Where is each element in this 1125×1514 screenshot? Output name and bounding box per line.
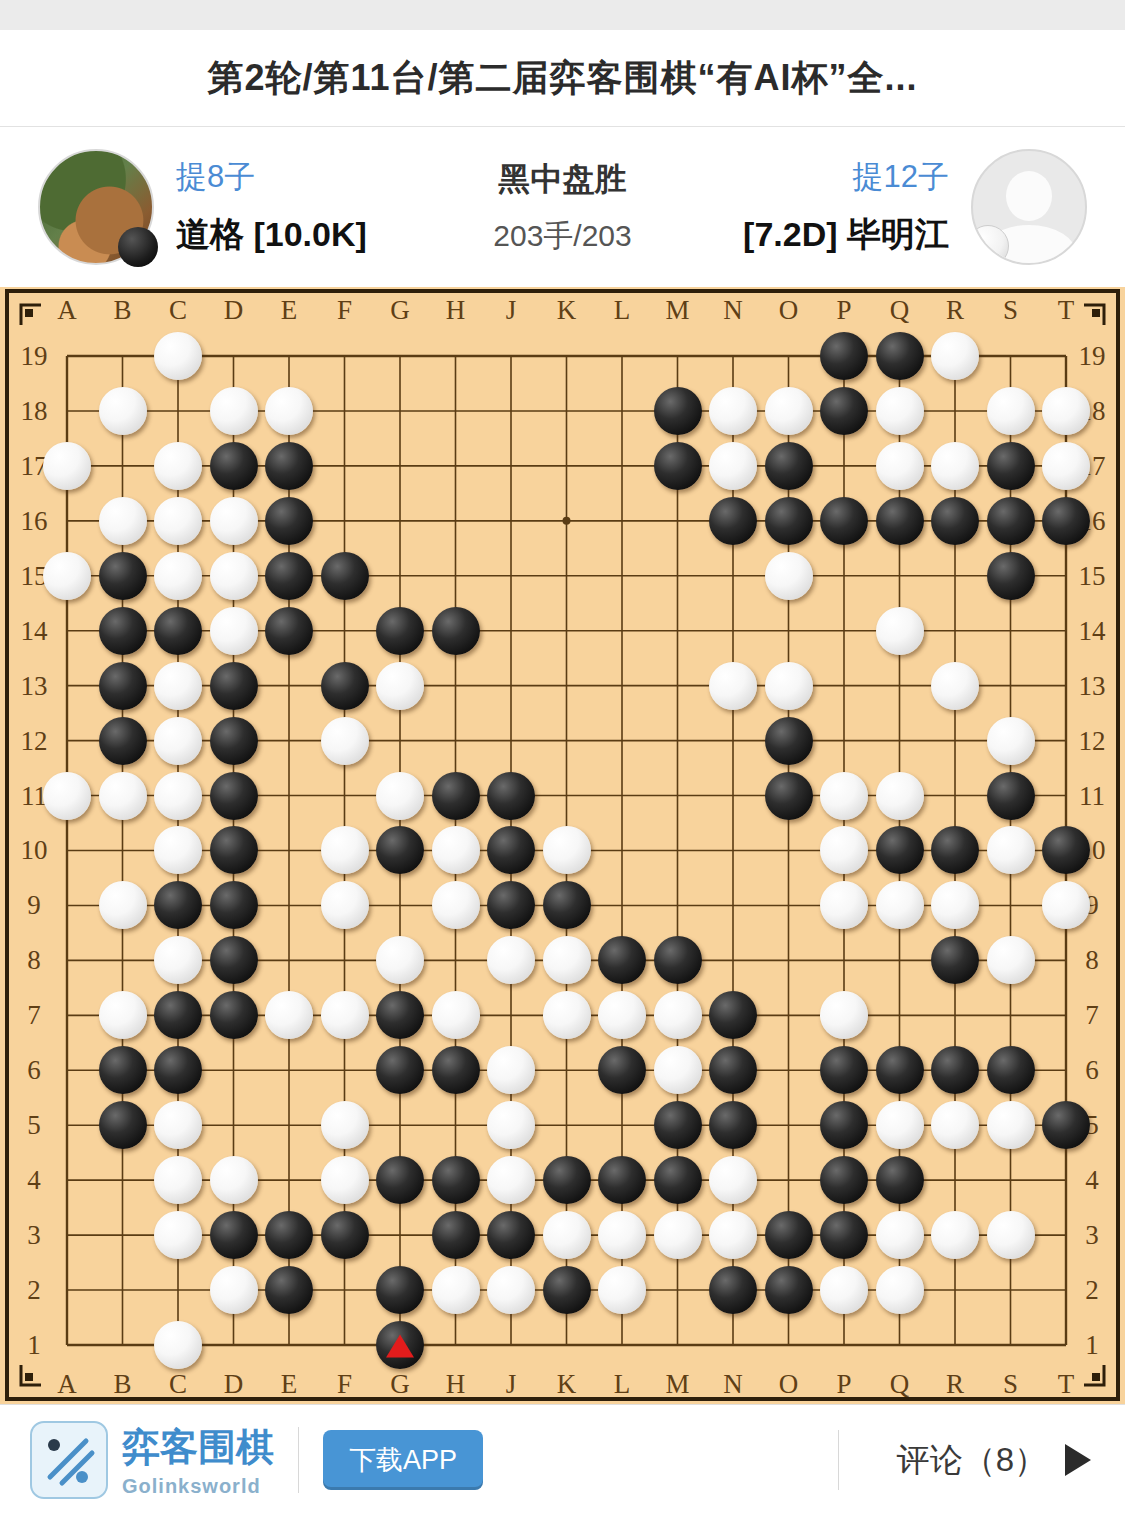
white-stone <box>820 881 868 929</box>
white-stone <box>765 552 813 600</box>
white-stone <box>543 1211 591 1259</box>
black-stone <box>432 772 480 820</box>
black-stone <box>987 552 1035 600</box>
white-stone <box>987 1101 1035 1149</box>
black-stone <box>598 936 646 984</box>
black-stone <box>654 442 702 490</box>
black-stone <box>265 1266 313 1314</box>
white-stone <box>210 1156 258 1204</box>
black-stone <box>432 1046 480 1094</box>
black-stone <box>376 826 424 874</box>
black-stone <box>765 497 813 545</box>
black-stone <box>432 1156 480 1204</box>
white-stone <box>99 497 147 545</box>
black-stone <box>987 442 1035 490</box>
white-stone <box>210 497 258 545</box>
white-stone <box>709 1156 757 1204</box>
black-stone <box>820 387 868 435</box>
white-stone <box>154 1321 202 1369</box>
black-stone <box>987 1046 1035 1094</box>
white-stone <box>154 497 202 545</box>
white-stone <box>987 936 1035 984</box>
black-stone <box>876 332 924 380</box>
white-stone <box>820 826 868 874</box>
black-stone <box>598 1156 646 1204</box>
black-stone <box>210 662 258 710</box>
black-stone <box>265 607 313 655</box>
white-stone <box>543 936 591 984</box>
black-stone <box>709 1101 757 1149</box>
white-stone <box>987 387 1035 435</box>
black-stone <box>987 497 1035 545</box>
go-board: AABBCCDDEEFFGGHHJJKKLLMMNNOOPPQQRRSSTT19… <box>0 287 1125 1404</box>
white-stone <box>376 662 424 710</box>
black-stone <box>1042 826 1090 874</box>
black-stone <box>987 772 1035 820</box>
white-stone <box>487 1156 535 1204</box>
black-stone <box>99 552 147 600</box>
white-stone <box>487 1101 535 1149</box>
black-stone <box>820 1211 868 1259</box>
comments-label: 评论（8） <box>897 1438 1047 1483</box>
white-stone <box>654 1211 702 1259</box>
white-stone <box>154 772 202 820</box>
black-stone <box>99 1046 147 1094</box>
black-stone <box>432 607 480 655</box>
white-stone <box>487 1266 535 1314</box>
game-result: 黑中盘胜 203手/203 <box>0 127 1125 287</box>
white-stone <box>154 662 202 710</box>
black-stone <box>931 826 979 874</box>
title-bar: 第2轮/第11台/第二届弈客围棋“有AI杯”全... <box>0 30 1125 127</box>
white-stone <box>876 1266 924 1314</box>
white-stone <box>820 991 868 1039</box>
white-stone <box>987 826 1035 874</box>
white-stone <box>709 387 757 435</box>
black-stone <box>99 662 147 710</box>
black-stone <box>765 1211 813 1259</box>
black-stone <box>931 936 979 984</box>
white-stone <box>709 1211 757 1259</box>
footer-divider <box>298 1427 299 1493</box>
white-stone <box>432 1266 480 1314</box>
white-stone <box>543 826 591 874</box>
black-stone <box>210 826 258 874</box>
white-stone <box>99 991 147 1039</box>
white-stone <box>321 881 369 929</box>
white-stone <box>154 552 202 600</box>
golinks-logo-icon <box>30 1421 108 1499</box>
white-stone <box>931 1211 979 1259</box>
black-stone <box>876 1046 924 1094</box>
black-stone <box>1042 1101 1090 1149</box>
black-stone <box>376 1266 424 1314</box>
white-stone <box>987 1211 1035 1259</box>
white-stone <box>876 1211 924 1259</box>
white-stone <box>210 607 258 655</box>
black-stone <box>210 881 258 929</box>
black-stone <box>820 1101 868 1149</box>
black-stone <box>432 1211 480 1259</box>
white-stone <box>820 772 868 820</box>
white-stone <box>931 442 979 490</box>
white-stone <box>931 662 979 710</box>
white-stone <box>709 662 757 710</box>
brand-block: 弈客围棋 Golinksworld <box>122 1422 274 1498</box>
white-stone <box>154 442 202 490</box>
black-stone <box>487 881 535 929</box>
black-stone-icon <box>118 227 158 267</box>
black-stone <box>265 497 313 545</box>
black-stone <box>765 717 813 765</box>
white-stone <box>154 332 202 380</box>
white-stone <box>654 991 702 1039</box>
black-stone <box>1042 497 1090 545</box>
black-stone <box>210 1211 258 1259</box>
brand-name: 弈客围棋 <box>122 1422 274 1473</box>
white-stone <box>598 1211 646 1259</box>
white-stone <box>931 332 979 380</box>
black-stone <box>154 607 202 655</box>
black-stone <box>709 991 757 1039</box>
black-stone <box>876 497 924 545</box>
white-stone <box>876 772 924 820</box>
white-stone <box>543 991 591 1039</box>
black-stone <box>931 1046 979 1094</box>
move-counter: 203手/203 <box>493 216 631 257</box>
black-stone <box>376 991 424 1039</box>
black-stone <box>210 936 258 984</box>
white-stone <box>487 936 535 984</box>
status-bar <box>0 0 1125 30</box>
white-stone <box>154 1101 202 1149</box>
play-forward-icon[interactable] <box>1065 1444 1091 1476</box>
black-stone <box>265 552 313 600</box>
white-stone <box>876 387 924 435</box>
white-stone <box>931 881 979 929</box>
white-stone <box>321 1101 369 1149</box>
white-stone <box>99 387 147 435</box>
black-stone <box>321 552 369 600</box>
black-stone <box>487 772 535 820</box>
white-stone <box>321 1156 369 1204</box>
black-stone <box>265 1211 313 1259</box>
white-stone <box>265 991 313 1039</box>
black-stone <box>709 1266 757 1314</box>
white-stone <box>210 552 258 600</box>
brand-subtitle: Golinksworld <box>122 1475 274 1498</box>
black-stone <box>154 991 202 1039</box>
black-stone <box>765 1266 813 1314</box>
black-stone <box>654 936 702 984</box>
white-stone <box>765 662 813 710</box>
black-stone <box>376 1046 424 1094</box>
white-stone <box>432 881 480 929</box>
white-stone <box>265 387 313 435</box>
result-outcome: 黑中盘胜 <box>499 158 627 202</box>
black-stone <box>376 1321 424 1369</box>
white-stone <box>43 442 91 490</box>
black-stone <box>265 442 313 490</box>
black-stone <box>210 442 258 490</box>
black-stone <box>376 1156 424 1204</box>
white-stone <box>99 772 147 820</box>
black-stone <box>876 1156 924 1204</box>
white-stone <box>876 607 924 655</box>
white-player-name: [7.2D] 毕明江 <box>743 212 949 258</box>
white-stone <box>321 826 369 874</box>
black-stone <box>820 497 868 545</box>
black-player-name: 道格 [10.0K] <box>176 212 367 258</box>
white-stone <box>210 387 258 435</box>
white-stone <box>654 1046 702 1094</box>
white-stone <box>376 936 424 984</box>
white-stone <box>154 1211 202 1259</box>
black-stone <box>820 1156 868 1204</box>
black-stone <box>709 497 757 545</box>
white-stone <box>154 717 202 765</box>
white-stone <box>876 881 924 929</box>
white-stone <box>931 1101 979 1149</box>
white-stone <box>43 552 91 600</box>
white-stone <box>99 881 147 929</box>
black-stone <box>654 1156 702 1204</box>
comments-divider <box>838 1430 839 1490</box>
white-stone <box>210 1266 258 1314</box>
white-stone <box>321 991 369 1039</box>
black-stone <box>931 497 979 545</box>
last-move-marker <box>386 1334 414 1357</box>
white-stone <box>709 442 757 490</box>
black-captures: 提8子 <box>176 156 367 198</box>
black-stone <box>99 717 147 765</box>
players-panel: 提8子 道格 [10.0K] 黑中盘胜 203手/203 提12子 [7.2D]… <box>0 127 1125 287</box>
black-stone <box>487 826 535 874</box>
black-stone <box>654 1101 702 1149</box>
white-player-avatar[interactable] <box>971 149 1087 265</box>
white-stone <box>154 1156 202 1204</box>
person-silhouette-icon <box>1006 171 1052 221</box>
white-stone <box>321 717 369 765</box>
download-app-button[interactable]: 下载APP <box>323 1430 483 1490</box>
white-stone <box>154 826 202 874</box>
white-stone <box>1042 387 1090 435</box>
white-stone <box>1042 881 1090 929</box>
black-stone <box>765 772 813 820</box>
black-stone <box>321 662 369 710</box>
black-stone <box>210 772 258 820</box>
white-stone <box>765 387 813 435</box>
black-stone <box>876 826 924 874</box>
footer-bar: 弈客围棋 Golinksworld 下载APP 评论（8） <box>0 1404 1125 1514</box>
black-stone <box>154 881 202 929</box>
white-stone <box>432 991 480 1039</box>
black-stone <box>543 881 591 929</box>
white-stone <box>598 1266 646 1314</box>
black-stone <box>543 1156 591 1204</box>
black-stone <box>765 442 813 490</box>
black-stone <box>376 607 424 655</box>
black-stone <box>543 1266 591 1314</box>
black-stone <box>598 1046 646 1094</box>
white-stone <box>376 772 424 820</box>
white-stone <box>876 442 924 490</box>
white-stone <box>598 991 646 1039</box>
black-player-avatar[interactable] <box>38 149 154 265</box>
white-stone <box>43 772 91 820</box>
white-stone <box>987 717 1035 765</box>
black-stone <box>210 717 258 765</box>
black-stone <box>820 1046 868 1094</box>
page-title: 第2轮/第11台/第二届弈客围棋“有AI杯”全... <box>207 54 917 103</box>
black-stone <box>321 1211 369 1259</box>
white-stone <box>487 1046 535 1094</box>
comments-button[interactable]: 评论（8） <box>838 1430 1091 1490</box>
black-stone <box>709 1046 757 1094</box>
white-stone-icon <box>971 225 1009 265</box>
black-stone <box>99 607 147 655</box>
black-stone <box>487 1211 535 1259</box>
white-captures: 提12子 <box>853 156 949 198</box>
white-stone <box>1042 442 1090 490</box>
black-stone <box>654 387 702 435</box>
stones-layer <box>0 287 1125 1404</box>
black-stone <box>210 991 258 1039</box>
white-stone <box>820 1266 868 1314</box>
black-stone <box>99 1101 147 1149</box>
white-stone <box>432 826 480 874</box>
white-stone <box>154 936 202 984</box>
white-stone <box>876 1101 924 1149</box>
black-stone <box>820 332 868 380</box>
black-stone <box>154 1046 202 1094</box>
